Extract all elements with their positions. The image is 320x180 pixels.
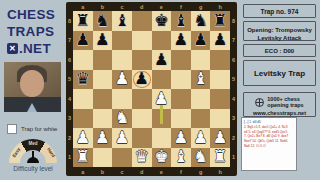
square-f5[interactable] [171,70,191,90]
square-a8[interactable]: ♜ [73,11,93,31]
square-e3[interactable] [152,109,172,129]
square-c3[interactable]: ♞ [112,109,132,129]
square-d2[interactable] [132,128,152,148]
trap-for-white-row: Trap for white [7,124,57,134]
black-pawn-f7: ♟ [174,32,189,49]
white-pawn-g2: ♟ [193,130,208,147]
file-label-g: g [191,167,211,176]
eco-box: ECO : D00 [243,44,316,57]
square-e6[interactable]: ♟ [152,50,172,70]
square-a1[interactable]: ♜ [73,148,93,168]
file-label-h: h [210,167,230,176]
square-e8[interactable]: ♚ [152,11,172,31]
trap-for-white-label: Trap for white [21,126,57,132]
file-label-e: e [152,2,172,11]
difficulty-needle-hub [27,157,39,163]
square-f6[interactable] [171,50,191,70]
square-e4[interactable]: ♟ [152,89,172,109]
rank-label-7: 7 [230,31,237,51]
square-h2[interactable]: ♟ [210,128,230,148]
black-pawn-h7: ♟ [213,32,228,49]
rank-label-1: 1 [66,148,73,168]
square-c5[interactable]: ♟ [112,70,132,90]
square-e7[interactable] [152,31,172,51]
square-f3[interactable] [171,109,191,129]
square-a5[interactable]: ♛ [73,70,93,90]
white-pawn-b2: ♟ [95,130,110,147]
square-f4[interactable] [171,89,191,109]
white-pawn-f2: ♟ [174,130,189,147]
file-labels-top: abcdefgh [73,2,230,11]
file-label-b: b [93,167,113,176]
square-d6[interactable] [132,50,152,70]
file-labels-bottom: abcdefgh [73,167,230,176]
rank-label-4: 4 [230,89,237,109]
rank-label-8: 8 [230,11,237,31]
file-label-d: d [132,167,152,176]
move-list-box: [...] 1. d4 d52. Bg5 c5 3. dxc5 Qa5+ 4. … [241,117,297,171]
black-pawn-g7: ♟ [193,32,208,49]
square-d4[interactable] [132,89,152,109]
logo-line-3: .NET [19,40,51,57]
promo-line-2: opening traps [267,102,303,109]
square-b5[interactable] [93,70,113,90]
square-c1[interactable] [112,148,132,168]
file-label-a: a [73,167,93,176]
move-line-6: Na6 12. O-O-O [244,144,294,149]
trap-number-box: Trap no. 974 [243,4,316,18]
square-c2[interactable]: ♟ [112,128,132,148]
difficulty-med-label: Med [29,141,38,146]
rank-label-3: 3 [66,109,73,129]
square-f1[interactable]: ♝ [171,148,191,168]
black-pawn-d5: ♟ [134,71,149,88]
square-d5[interactable]: ♟ [132,70,152,90]
white-knight-c3: ♞ [115,110,130,127]
opening-line-2: Levitsky Attack [244,34,315,42]
file-label-c: c [112,167,132,176]
opening-box: Opening: Trompowsky Levitsky Attack [243,21,316,41]
file-label-e: e [152,167,172,176]
rank-label-2: 2 [66,128,73,148]
square-d1[interactable]: ♛ [132,148,152,168]
square-g7[interactable]: ♟ [191,31,211,51]
square-e1[interactable]: ♚ [152,148,172,168]
rank-label-2: 2 [230,128,237,148]
black-bishop-f8: ♝ [174,13,189,30]
move-line-2: 2. Bg5 c5 3. dxc5 Qa5+ 4. Nc3 [244,125,294,130]
black-rook-h8: ♜ [213,13,228,30]
square-h7[interactable]: ♟ [210,31,230,51]
file-label-g: g [191,2,211,11]
square-f7[interactable]: ♟ [171,31,191,51]
square-g1[interactable]: ♞ [191,148,211,168]
rank-label-7: 7 [66,31,73,51]
square-a7[interactable]: ♟ [73,31,93,51]
file-label-f: f [171,2,191,11]
trap-name-box: Levitsky Trap [243,60,316,86]
square-g6[interactable] [191,50,211,70]
black-king-e8: ♚ [154,13,169,30]
square-c7[interactable] [112,31,132,51]
video-frame: CHESS TRAPS ✕ .NET Trap for white Easy M… [0,0,320,180]
white-queen-d1: ♛ [134,149,149,166]
square-b7[interactable]: ♟ [93,31,113,51]
square-g2[interactable]: ♟ [191,128,211,148]
white-rook-a1: ♜ [75,149,90,166]
opening-line-1: Opening: Trompowsky [244,26,315,34]
square-b3[interactable] [93,109,113,129]
file-label-a: a [73,2,93,11]
square-g4[interactable] [191,89,211,109]
square-a3[interactable] [73,109,93,129]
square-g8[interactable]: ♞ [191,11,211,31]
file-label-b: b [93,2,113,11]
white-bishop-g5: ♝ [193,71,208,88]
square-b8[interactable]: ♞ [93,11,113,31]
rank-label-3: 3 [230,109,237,129]
white-pawn-c5: ♟ [115,71,130,88]
black-pawn-a7: ♟ [75,32,90,49]
file-label-c: c [112,2,132,11]
square-d3[interactable] [132,109,152,129]
white-pawn-c2: ♟ [115,130,130,147]
white-pawn-a2: ♟ [75,130,90,147]
square-f8[interactable]: ♝ [171,11,191,31]
square-h3[interactable] [210,109,230,129]
square-d7[interactable] [132,31,152,51]
square-c6[interactable] [112,50,132,70]
square-e2[interactable] [152,128,172,148]
black-knight-b8: ♞ [95,13,110,30]
black-queen-a5: ♛ [75,71,90,88]
square-h1[interactable]: ♜ [210,148,230,168]
black-rook-a8: ♜ [75,13,90,30]
board-squares: ♜♞♝♚♝♞♜♟♟♟♟♟♟♛♟♟♝♟♞♟♟♟♟♟♟♜♛♚♝♞♜ [73,11,230,167]
square-b6[interactable] [93,50,113,70]
logo-line-2: TRAPS [7,23,55,40]
rank-labels-right: 87654321 [230,11,237,167]
square-e5[interactable] [152,70,172,90]
square-b2[interactable]: ♟ [93,128,113,148]
difficulty-level-label: Difficulty level [0,165,66,172]
square-a4[interactable] [73,89,93,109]
rank-labels-left: 87654321 [66,11,73,167]
rank-label-1: 1 [230,148,237,168]
file-label-h: h [210,2,230,11]
rank-label-5: 5 [230,70,237,90]
rank-label-5: 5 [66,70,73,90]
square-h8[interactable]: ♜ [210,11,230,31]
white-knight-g1: ♞ [193,149,208,166]
globe-icon [255,98,264,107]
white-king-e1: ♚ [154,149,169,166]
logo-x-icon: ✕ [7,43,18,54]
square-f2[interactable]: ♟ [171,128,191,148]
white-bishop-f1: ♝ [174,149,189,166]
square-c8[interactable]: ♝ [112,11,132,31]
website-url: www.chesstraps.net [244,110,315,116]
square-a2[interactable]: ♟ [73,128,93,148]
square-d8[interactable] [132,11,152,31]
square-h4[interactable] [210,89,230,109]
square-h5[interactable] [210,70,230,90]
black-knight-g8: ♞ [193,13,208,30]
logo-line-1: CHESS [7,6,55,23]
white-pawn-h2: ♟ [213,130,228,147]
white-rook-h1: ♜ [213,149,228,166]
presenter-photo [4,62,61,112]
chesstraps-logo: CHESS TRAPS ✕ .NET [7,6,55,57]
white-pawn-e4: ♟ [154,91,169,108]
rank-label-6: 6 [230,50,237,70]
square-c4[interactable] [112,89,132,109]
trap-for-white-checkbox[interactable] [7,124,17,134]
square-g3[interactable] [191,109,211,129]
promo-line-1: 1000+ chess [267,96,303,103]
square-h6[interactable] [210,50,230,70]
rank-label-6: 6 [66,50,73,70]
black-bishop-c8: ♝ [115,13,130,30]
black-pawn-b7: ♟ [95,32,110,49]
square-g5[interactable]: ♝ [191,70,211,90]
difficulty-gauge: Easy Med Hard [9,139,57,165]
square-a6[interactable] [73,50,93,70]
rank-label-4: 4 [66,89,73,109]
photo-face [20,70,44,97]
file-label-f: f [171,167,191,176]
square-b4[interactable] [93,89,113,109]
chess-board: abcdefgh 87654321 87654321 abcdefgh ♜♞♝♚… [66,2,237,176]
black-pawn-e6: ♟ [154,52,169,69]
square-b1[interactable] [93,148,113,168]
file-label-d: d [132,2,152,11]
promo-box: 1000+ chess opening traps www.chesstraps… [243,92,316,117]
rank-label-8: 8 [66,11,73,31]
sidebar: CHESS TRAPS ✕ .NET Trap for white Easy M… [0,0,66,180]
